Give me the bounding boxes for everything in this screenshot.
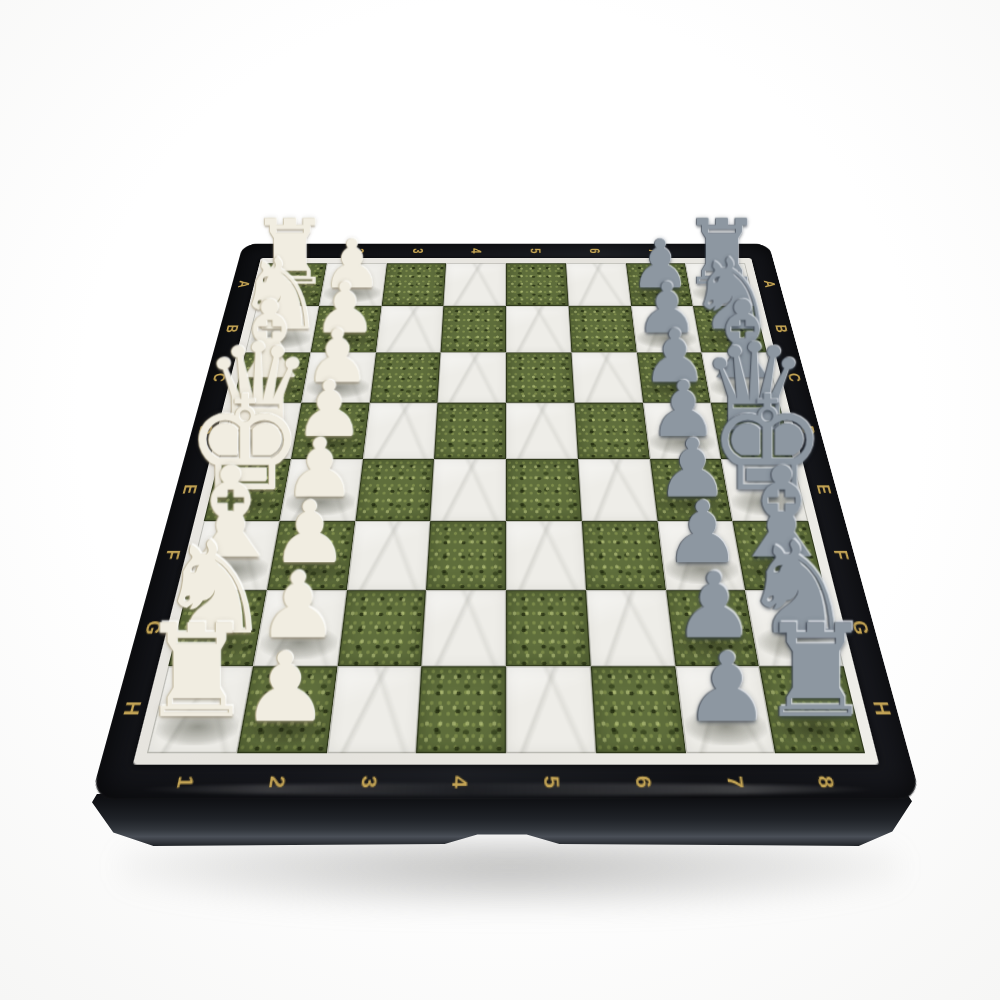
board-cast-shadow <box>120 838 900 910</box>
file-label-A: A <box>210 276 275 291</box>
square-h3[interactable] <box>326 667 421 754</box>
frame-gloss-highlight <box>133 783 879 795</box>
file-label-B: B <box>747 320 815 337</box>
square-h2[interactable]: ♟ <box>237 667 337 754</box>
square-d3[interactable] <box>363 403 438 459</box>
square-c3[interactable] <box>369 352 440 403</box>
square-b3[interactable] <box>376 306 444 352</box>
file-label-A: A <box>737 276 802 291</box>
rank-label-3: 3 <box>405 231 430 271</box>
chess-board: 12345678 12345678 ABCDEFGH ABCDEFGH ♜♟♟♜… <box>90 244 921 800</box>
square-e5[interactable] <box>506 459 582 521</box>
file-label-B: B <box>197 320 265 337</box>
square-d5[interactable] <box>506 403 578 459</box>
square-c5[interactable] <box>506 352 574 403</box>
piece-h8-bR[interactable]: ♜ <box>758 611 873 733</box>
square-h8[interactable]: ♜ <box>759 667 865 754</box>
square-h5[interactable] <box>506 667 596 754</box>
square-h4[interactable] <box>416 667 506 754</box>
square-g6[interactable] <box>586 590 675 667</box>
piece-h7-bP[interactable]: ♟ <box>684 641 770 732</box>
product-photo-scene: 12345678 12345678 ABCDEFGH ABCDEFGH ♜♟♟♜… <box>0 0 1000 1000</box>
square-e3[interactable] <box>355 459 434 521</box>
square-h1[interactable]: ♜ <box>147 667 253 754</box>
rank-label-5: 5 <box>524 231 547 271</box>
square-e4[interactable] <box>430 459 506 521</box>
square-g5[interactable] <box>506 590 590 667</box>
square-f5[interactable] <box>506 521 586 590</box>
square-d4[interactable] <box>434 403 506 459</box>
square-d6[interactable] <box>574 403 649 459</box>
square-g3[interactable] <box>337 590 426 667</box>
rank-label-6: 6 <box>582 231 607 271</box>
square-f4[interactable] <box>426 521 506 590</box>
square-c6[interactable] <box>571 352 642 403</box>
piece-h1-wR[interactable]: ♜ <box>139 611 254 733</box>
rank-label-4: 4 <box>465 231 488 271</box>
square-f6[interactable] <box>582 521 666 590</box>
square-g4[interactable] <box>422 590 506 667</box>
square-h6[interactable] <box>590 667 685 754</box>
square-b5[interactable] <box>506 306 571 352</box>
square-b4[interactable] <box>441 306 506 352</box>
square-e6[interactable] <box>578 459 657 521</box>
square-f3[interactable] <box>346 521 430 590</box>
square-h7[interactable]: ♟ <box>675 667 775 754</box>
piece-h2-wP[interactable]: ♟ <box>242 641 328 732</box>
square-b6[interactable] <box>568 306 636 352</box>
square-c4[interactable] <box>438 352 506 403</box>
